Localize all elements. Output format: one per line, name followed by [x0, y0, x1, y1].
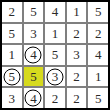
cell-r3c0[interactable]: 5: [2, 67, 22, 87]
cell-value: 1: [52, 27, 59, 40]
cell-value: 4: [52, 5, 59, 18]
cell-value: 1: [9, 48, 16, 61]
cell-value: 5: [95, 92, 102, 105]
cell-r3c2[interactable]: 3: [45, 67, 65, 87]
cell-r2c2[interactable]: 5: [45, 45, 65, 65]
cell-r4c4[interactable]: 5: [88, 88, 108, 108]
cell-value: 2: [73, 92, 80, 105]
cell-r2c1[interactable]: 4: [24, 45, 44, 65]
cell-value: 3: [52, 70, 59, 83]
cell-r2c3[interactable]: 3: [67, 45, 87, 65]
cell-value: 2: [9, 5, 16, 18]
cell-r0c4[interactable]: 5: [88, 2, 108, 22]
cell-value: 4: [30, 92, 37, 105]
cell-r2c4[interactable]: 4: [88, 45, 108, 65]
cell-value: 2: [95, 27, 102, 40]
cell-value: 1: [95, 70, 102, 83]
cell-value: 2: [52, 92, 59, 105]
cell-r3c3[interactable]: 2: [67, 67, 87, 87]
cell-r0c2[interactable]: 4: [45, 2, 65, 22]
cell-r1c1[interactable]: 3: [24, 24, 44, 44]
cell-r0c3[interactable]: 1: [67, 2, 87, 22]
cell-r1c2[interactable]: 1: [45, 24, 65, 44]
cell-value: 3: [73, 48, 80, 61]
cell-value: 5: [9, 70, 16, 83]
cell-r1c4[interactable]: 2: [88, 24, 108, 44]
cell-value: 5: [95, 5, 102, 18]
cell-value: 1: [73, 5, 80, 18]
cell-value: 2: [73, 27, 80, 40]
cell-value: 5: [9, 27, 16, 40]
cell-value: 3: [30, 27, 37, 40]
puzzle-board: 2541553122145345532134225: [0, 0, 110, 110]
cell-r3c4[interactable]: 1: [88, 67, 108, 87]
cell-value: 5: [52, 48, 59, 61]
cell-r4c1[interactable]: 4: [24, 88, 44, 108]
cell-r0c0[interactable]: 2: [2, 2, 22, 22]
cell-r0c1[interactable]: 5: [24, 2, 44, 22]
cell-r1c3[interactable]: 2: [67, 24, 87, 44]
cell-r2c0[interactable]: 1: [2, 45, 22, 65]
cell-r1c0[interactable]: 5: [2, 24, 22, 44]
cell-r4c3[interactable]: 2: [67, 88, 87, 108]
cell-value: 5: [30, 70, 37, 83]
cell-value: 2: [73, 70, 80, 83]
cell-r4c2[interactable]: 2: [45, 88, 65, 108]
cell-value: 3: [9, 92, 16, 105]
cell-value: 5: [30, 5, 37, 18]
cell-r4c0[interactable]: 3: [2, 88, 22, 108]
cell-value: 4: [30, 48, 37, 61]
cell-r3c1[interactable]: 5: [24, 67, 44, 87]
cell-value: 4: [95, 48, 102, 61]
